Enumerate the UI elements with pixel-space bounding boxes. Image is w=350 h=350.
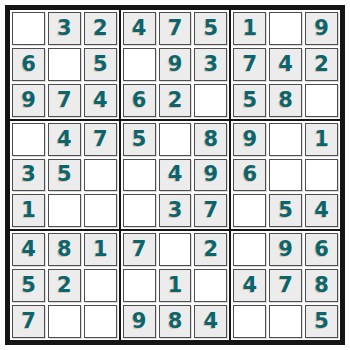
cell-r2c6[interactable]: 3	[194, 48, 227, 81]
cell-r5c8[interactable]	[269, 159, 302, 192]
cell-r1c6[interactable]: 5	[194, 12, 227, 45]
cell-r8c1[interactable]: 5	[12, 269, 45, 302]
cell-r5c4[interactable]	[123, 159, 156, 192]
box-1-2: 4759362	[120, 9, 231, 120]
cell-r4c3[interactable]: 7	[84, 123, 117, 156]
box-1-1: 3265974	[9, 9, 120, 120]
cell-r7c5[interactable]	[159, 233, 192, 266]
cell-r9c6[interactable]: 4	[194, 305, 227, 338]
cell-r4c4[interactable]: 5	[123, 123, 156, 156]
cell-r6c5[interactable]: 3	[159, 194, 192, 227]
cell-r4c5[interactable]	[159, 123, 192, 156]
box-2-3: 91654	[230, 120, 341, 231]
cell-r3c6[interactable]	[194, 84, 227, 117]
cell-r6c9[interactable]: 4	[305, 194, 338, 227]
cell-r8c2[interactable]: 2	[48, 269, 81, 302]
cell-r8c5[interactable]: 1	[159, 269, 192, 302]
cell-r1c9[interactable]: 9	[305, 12, 338, 45]
cell-r4c9[interactable]: 1	[305, 123, 338, 156]
cell-r9c9[interactable]: 5	[305, 305, 338, 338]
cell-r5c3[interactable]	[84, 159, 117, 192]
cell-r9c2[interactable]	[48, 305, 81, 338]
cell-r2c2[interactable]	[48, 48, 81, 81]
box-3-3: 964785	[230, 230, 341, 341]
cell-r5c1[interactable]: 3	[12, 159, 45, 192]
cell-r6c8[interactable]: 5	[269, 194, 302, 227]
sudoku-board: 3265974475936219742584735158493791654481…	[5, 5, 345, 345]
cell-r6c7[interactable]	[233, 194, 266, 227]
box-3-1: 481527	[9, 230, 120, 341]
cell-r2c5[interactable]: 9	[159, 48, 192, 81]
cell-r8c7[interactable]: 4	[233, 269, 266, 302]
cell-r5c6[interactable]: 9	[194, 159, 227, 192]
cell-r3c5[interactable]: 2	[159, 84, 192, 117]
cell-r2c9[interactable]: 2	[305, 48, 338, 81]
cell-r6c3[interactable]	[84, 194, 117, 227]
cell-r1c8[interactable]	[269, 12, 302, 45]
cell-r7c9[interactable]: 6	[305, 233, 338, 266]
cell-r1c2[interactable]: 3	[48, 12, 81, 45]
cell-r3c9[interactable]	[305, 84, 338, 117]
cell-r4c1[interactable]	[12, 123, 45, 156]
cell-r4c2[interactable]: 4	[48, 123, 81, 156]
cell-r6c1[interactable]: 1	[12, 194, 45, 227]
cell-r4c8[interactable]	[269, 123, 302, 156]
cell-r9c1[interactable]: 7	[12, 305, 45, 338]
cell-r8c3[interactable]	[84, 269, 117, 302]
cell-r1c4[interactable]: 4	[123, 12, 156, 45]
cell-r1c5[interactable]: 7	[159, 12, 192, 45]
cell-r3c2[interactable]: 7	[48, 84, 81, 117]
box-2-1: 47351	[9, 120, 120, 231]
cell-r1c1[interactable]	[12, 12, 45, 45]
cell-r9c5[interactable]: 8	[159, 305, 192, 338]
cell-r2c4[interactable]	[123, 48, 156, 81]
cell-r5c5[interactable]: 4	[159, 159, 192, 192]
cell-r9c8[interactable]	[269, 305, 302, 338]
cell-r1c7[interactable]: 1	[233, 12, 266, 45]
cell-r7c6[interactable]: 2	[194, 233, 227, 266]
cell-r7c2[interactable]: 8	[48, 233, 81, 266]
cell-r5c9[interactable]	[305, 159, 338, 192]
cell-r2c1[interactable]: 6	[12, 48, 45, 81]
cell-r5c7[interactable]: 6	[233, 159, 266, 192]
cell-r3c3[interactable]: 4	[84, 84, 117, 117]
cell-r6c2[interactable]	[48, 194, 81, 227]
cell-r3c1[interactable]: 9	[12, 84, 45, 117]
cell-r9c7[interactable]	[233, 305, 266, 338]
cell-r4c6[interactable]: 8	[194, 123, 227, 156]
cell-r8c8[interactable]: 7	[269, 269, 302, 302]
cell-r7c3[interactable]: 1	[84, 233, 117, 266]
box-3-2: 721984	[120, 230, 231, 341]
cell-r9c4[interactable]: 9	[123, 305, 156, 338]
cell-r4c7[interactable]: 9	[233, 123, 266, 156]
cell-r6c6[interactable]: 7	[194, 194, 227, 227]
cell-r8c6[interactable]	[194, 269, 227, 302]
cell-r8c4[interactable]	[123, 269, 156, 302]
cell-r1c3[interactable]: 2	[84, 12, 117, 45]
cell-r7c4[interactable]: 7	[123, 233, 156, 266]
cell-r2c7[interactable]: 7	[233, 48, 266, 81]
cell-r5c2[interactable]: 5	[48, 159, 81, 192]
box-1-3: 1974258	[230, 9, 341, 120]
cell-r3c4[interactable]: 6	[123, 84, 156, 117]
cell-r8c9[interactable]: 8	[305, 269, 338, 302]
cell-r6c4[interactable]	[123, 194, 156, 227]
cell-r7c7[interactable]	[233, 233, 266, 266]
cell-r2c8[interactable]: 4	[269, 48, 302, 81]
cell-r3c7[interactable]: 5	[233, 84, 266, 117]
cell-r3c8[interactable]: 8	[269, 84, 302, 117]
box-2-2: 584937	[120, 120, 231, 231]
cell-r9c3[interactable]	[84, 305, 117, 338]
cell-r7c1[interactable]: 4	[12, 233, 45, 266]
cell-r7c8[interactable]: 9	[269, 233, 302, 266]
cell-r2c3[interactable]: 5	[84, 48, 117, 81]
